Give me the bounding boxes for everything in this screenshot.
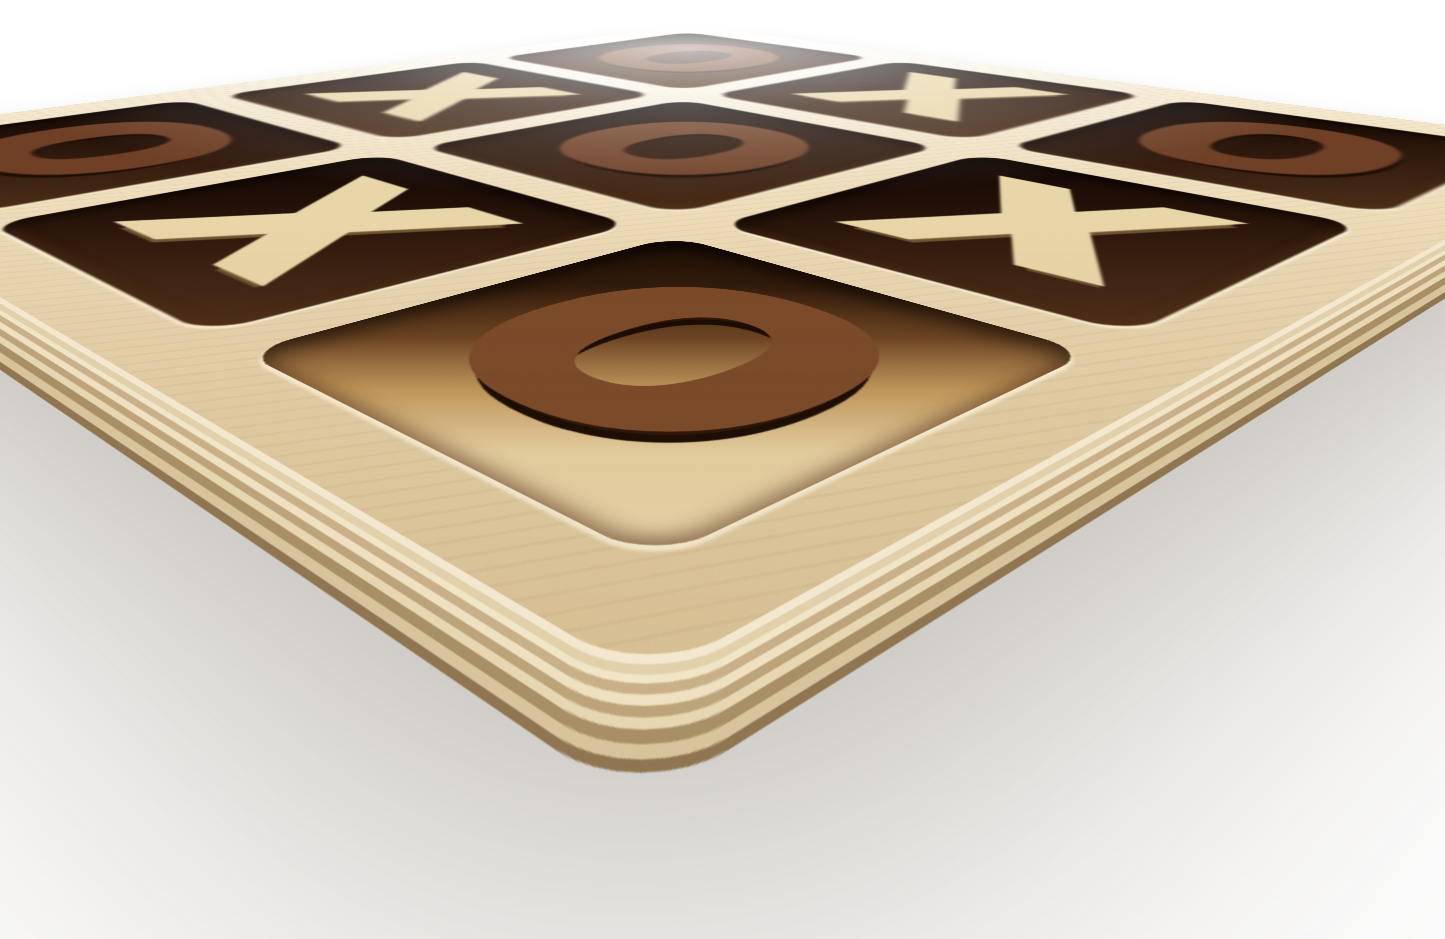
piece-x: X [772,70,1080,127]
tic-tac-toe-board: O X O X O X O X O [0,25,1445,680]
piece-x: X [65,171,548,298]
piece-o: O [544,38,826,82]
piece-o: O [481,110,874,195]
piece-x: X [807,171,1261,298]
photo-background: O X O X O X O X O [0,0,1445,939]
piece-x: X [276,70,597,127]
piece-o: O [338,259,985,497]
scene: O X O X O X O X O [0,0,1445,939]
